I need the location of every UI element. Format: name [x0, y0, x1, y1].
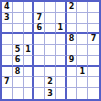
- cell-r6c7[interactable]: 9: [67, 56, 78, 67]
- cell-r2c7[interactable]: [67, 13, 78, 24]
- cell-r9c6[interactable]: [56, 88, 67, 99]
- cell-r7c4[interactable]: [34, 67, 45, 78]
- cell-r5c9[interactable]: [88, 45, 99, 56]
- cell-r6c3[interactable]: [24, 56, 35, 67]
- cell-r3c1[interactable]: [2, 24, 13, 35]
- cell-r7c8[interactable]: 1: [77, 67, 88, 78]
- cell-r8c4[interactable]: [34, 77, 45, 88]
- cell-r9c2[interactable]: [13, 88, 24, 99]
- cell-r5c7[interactable]: [67, 45, 78, 56]
- cell-r2c2[interactable]: [13, 13, 24, 24]
- cell-r1c8[interactable]: [77, 2, 88, 13]
- cell-r8c8[interactable]: [77, 77, 88, 88]
- cell-r1c7[interactable]: 2: [67, 2, 78, 13]
- cell-r2c6[interactable]: [56, 13, 67, 24]
- cell-r8c1[interactable]: 7: [2, 77, 13, 88]
- cell-r3c5[interactable]: [45, 24, 56, 35]
- cell-r5c3[interactable]: 1: [24, 45, 35, 56]
- cell-r7c5[interactable]: [45, 67, 56, 78]
- cell-r3c7[interactable]: [67, 24, 78, 35]
- cell-r2c8[interactable]: [77, 13, 88, 24]
- cell-r4c3[interactable]: [24, 34, 35, 45]
- cell-r6c4[interactable]: [34, 56, 45, 67]
- cell-r4c6[interactable]: [56, 34, 67, 45]
- cell-r5c8[interactable]: [77, 45, 88, 56]
- cell-r4c5[interactable]: [45, 34, 56, 45]
- cell-r2c5[interactable]: [45, 13, 56, 24]
- cell-r2c3[interactable]: [24, 13, 35, 24]
- cell-r4c2[interactable]: [13, 34, 24, 45]
- cell-r9c4[interactable]: [34, 88, 45, 99]
- cell-r5c1[interactable]: [2, 45, 13, 56]
- cell-r7c6[interactable]: [56, 67, 67, 78]
- cell-r1c9[interactable]: [88, 2, 99, 13]
- cell-r9c9[interactable]: [88, 88, 99, 99]
- cell-r1c6[interactable]: [56, 2, 67, 13]
- cell-r4c9[interactable]: 7: [88, 34, 99, 45]
- cell-r8c2[interactable]: [13, 77, 24, 88]
- cell-r8c5[interactable]: 2: [45, 77, 56, 88]
- cell-r3c8[interactable]: [77, 24, 88, 35]
- cell-r1c3[interactable]: [24, 2, 35, 13]
- cell-r8c6[interactable]: [56, 77, 67, 88]
- cell-r4c8[interactable]: [77, 34, 88, 45]
- sudoku-board: 42376187516981723: [0, 0, 101, 101]
- cell-r1c2[interactable]: [13, 2, 24, 13]
- cell-r4c1[interactable]: [2, 34, 13, 45]
- cell-r3c2[interactable]: [13, 24, 24, 35]
- cell-r9c5[interactable]: 3: [45, 88, 56, 99]
- cell-r7c1[interactable]: [2, 67, 13, 78]
- cell-r6c2[interactable]: 6: [13, 56, 24, 67]
- cell-r9c3[interactable]: [24, 88, 35, 99]
- cell-r9c8[interactable]: [77, 88, 88, 99]
- cell-r5c2[interactable]: 5: [13, 45, 24, 56]
- cell-r6c1[interactable]: [2, 56, 13, 67]
- cell-r3c3[interactable]: [24, 24, 35, 35]
- cell-r7c7[interactable]: [67, 67, 78, 78]
- cell-r1c5[interactable]: [45, 2, 56, 13]
- cell-r9c7[interactable]: [67, 88, 78, 99]
- cell-r5c6[interactable]: [56, 45, 67, 56]
- cell-r7c9[interactable]: [88, 67, 99, 78]
- cell-r5c4[interactable]: [34, 45, 45, 56]
- cell-r6c8[interactable]: [77, 56, 88, 67]
- cell-r1c1[interactable]: 4: [2, 2, 13, 13]
- cell-r8c7[interactable]: [67, 77, 78, 88]
- cell-r7c2[interactable]: 8: [13, 67, 24, 78]
- cell-r2c9[interactable]: [88, 13, 99, 24]
- cell-r6c9[interactable]: [88, 56, 99, 67]
- cell-r8c9[interactable]: [88, 77, 99, 88]
- cell-r2c1[interactable]: 3: [2, 13, 13, 24]
- cell-r4c7[interactable]: 8: [67, 34, 78, 45]
- cell-r9c1[interactable]: [2, 88, 13, 99]
- cell-r8c3[interactable]: [24, 77, 35, 88]
- cell-r6c5[interactable]: [45, 56, 56, 67]
- cell-r7c3[interactable]: [24, 67, 35, 78]
- cell-r3c6[interactable]: 1: [56, 24, 67, 35]
- cell-r6c6[interactable]: [56, 56, 67, 67]
- cell-r3c4[interactable]: 6: [34, 24, 45, 35]
- cell-r1c4[interactable]: [34, 2, 45, 13]
- cell-r2c4[interactable]: 7: [34, 13, 45, 24]
- cell-r4c4[interactable]: [34, 34, 45, 45]
- cell-r5c5[interactable]: [45, 45, 56, 56]
- cell-r3c9[interactable]: [88, 24, 99, 35]
